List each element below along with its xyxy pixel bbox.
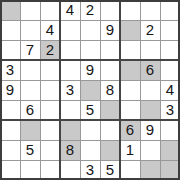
cell-r6c3[interactable] xyxy=(40,100,60,120)
cell-r8c4[interactable]: 8 xyxy=(60,140,80,160)
cell-r4c6[interactable] xyxy=(100,60,120,80)
cell-r4c7[interactable] xyxy=(120,60,140,80)
cell-r4c3[interactable] xyxy=(40,60,60,80)
cell-r4c1[interactable]: 3 xyxy=(0,60,20,80)
cell-r7c8[interactable]: 9 xyxy=(140,120,160,140)
cell-r1c6[interactable] xyxy=(100,0,120,20)
cell-r6c5[interactable]: 5 xyxy=(80,100,100,120)
cell-r8c1[interactable] xyxy=(0,140,20,160)
cell-r3c1[interactable] xyxy=(0,40,20,60)
cell-r4c8[interactable]: 6 xyxy=(140,60,160,80)
cell-r5c8[interactable] xyxy=(140,80,160,100)
cell-r8c8[interactable] xyxy=(140,140,160,160)
cell-r4c9[interactable] xyxy=(160,60,180,80)
cell-r7c5[interactable] xyxy=(80,120,100,140)
cell-r6c7[interactable] xyxy=(120,100,140,120)
cell-r6c2[interactable]: 6 xyxy=(20,100,40,120)
cell-r4c4[interactable] xyxy=(60,60,80,80)
cell-r5c2[interactable] xyxy=(20,80,40,100)
cell-r2c3[interactable]: 4 xyxy=(40,20,60,40)
cell-r2c8[interactable]: 2 xyxy=(140,20,160,40)
cell-r7c6[interactable] xyxy=(100,120,120,140)
cell-r9c2[interactable] xyxy=(20,160,40,180)
cell-r1c4[interactable]: 4 xyxy=(60,0,80,20)
cell-r3c5[interactable] xyxy=(80,40,100,60)
cell-r9c6[interactable]: 5 xyxy=(100,160,120,180)
cell-r1c8[interactable] xyxy=(140,0,160,20)
cell-r1c1[interactable] xyxy=(0,0,20,20)
cell-r1c7[interactable] xyxy=(120,0,140,20)
cell-r6c1[interactable] xyxy=(0,100,20,120)
cell-r1c9[interactable] xyxy=(160,0,180,20)
cell-r3c7[interactable] xyxy=(120,40,140,60)
cell-r5c5[interactable] xyxy=(80,80,100,100)
cell-r9c7[interactable] xyxy=(120,160,140,180)
cell-r7c3[interactable] xyxy=(40,120,60,140)
cell-r9c4[interactable] xyxy=(60,160,80,180)
cell-r4c2[interactable] xyxy=(20,60,40,80)
cells: 424927239693846536958135 xyxy=(0,0,180,180)
cell-r2c5[interactable] xyxy=(80,20,100,40)
cell-r2c4[interactable] xyxy=(60,20,80,40)
cell-r3c9[interactable] xyxy=(160,40,180,60)
cell-r2c1[interactable] xyxy=(0,20,20,40)
cell-r6c9[interactable]: 3 xyxy=(160,100,180,120)
cell-r5c9[interactable]: 4 xyxy=(160,80,180,100)
cell-r8c2[interactable]: 5 xyxy=(20,140,40,160)
cell-r6c8[interactable] xyxy=(140,100,160,120)
cell-r5c4[interactable]: 3 xyxy=(60,80,80,100)
cell-r9c8[interactable] xyxy=(140,160,160,180)
cell-r5c1[interactable]: 9 xyxy=(0,80,20,100)
cell-r2c6[interactable]: 9 xyxy=(100,20,120,40)
cell-r7c1[interactable] xyxy=(0,120,20,140)
cell-r9c5[interactable]: 3 xyxy=(80,160,100,180)
sudoku-board: 424927239693846536958135 xyxy=(0,0,180,180)
cell-r1c5[interactable]: 2 xyxy=(80,0,100,20)
cell-r9c1[interactable] xyxy=(0,160,20,180)
cell-r7c2[interactable] xyxy=(20,120,40,140)
cell-r3c2[interactable]: 7 xyxy=(20,40,40,60)
cell-r3c4[interactable] xyxy=(60,40,80,60)
cell-r8c3[interactable] xyxy=(40,140,60,160)
cell-r7c7[interactable]: 6 xyxy=(120,120,140,140)
cell-r5c3[interactable] xyxy=(40,80,60,100)
cell-r3c3[interactable]: 2 xyxy=(40,40,60,60)
cell-r2c2[interactable] xyxy=(20,20,40,40)
cell-r8c5[interactable] xyxy=(80,140,100,160)
cell-r2c7[interactable] xyxy=(120,20,140,40)
cell-r5c6[interactable]: 8 xyxy=(100,80,120,100)
cell-r4c5[interactable]: 9 xyxy=(80,60,100,80)
cell-r9c9[interactable] xyxy=(160,160,180,180)
cell-r2c9[interactable] xyxy=(160,20,180,40)
cell-r3c8[interactable] xyxy=(140,40,160,60)
cell-r7c9[interactable] xyxy=(160,120,180,140)
cell-r9c3[interactable] xyxy=(40,160,60,180)
cell-r8c7[interactable]: 1 xyxy=(120,140,140,160)
cell-r5c7[interactable] xyxy=(120,80,140,100)
cell-r1c2[interactable] xyxy=(20,0,40,20)
cell-r8c9[interactable] xyxy=(160,140,180,160)
cell-r7c4[interactable] xyxy=(60,120,80,140)
cell-r8c6[interactable] xyxy=(100,140,120,160)
cell-r6c6[interactable] xyxy=(100,100,120,120)
cell-r6c4[interactable] xyxy=(60,100,80,120)
cell-r3c6[interactable] xyxy=(100,40,120,60)
cell-r1c3[interactable] xyxy=(40,0,60,20)
